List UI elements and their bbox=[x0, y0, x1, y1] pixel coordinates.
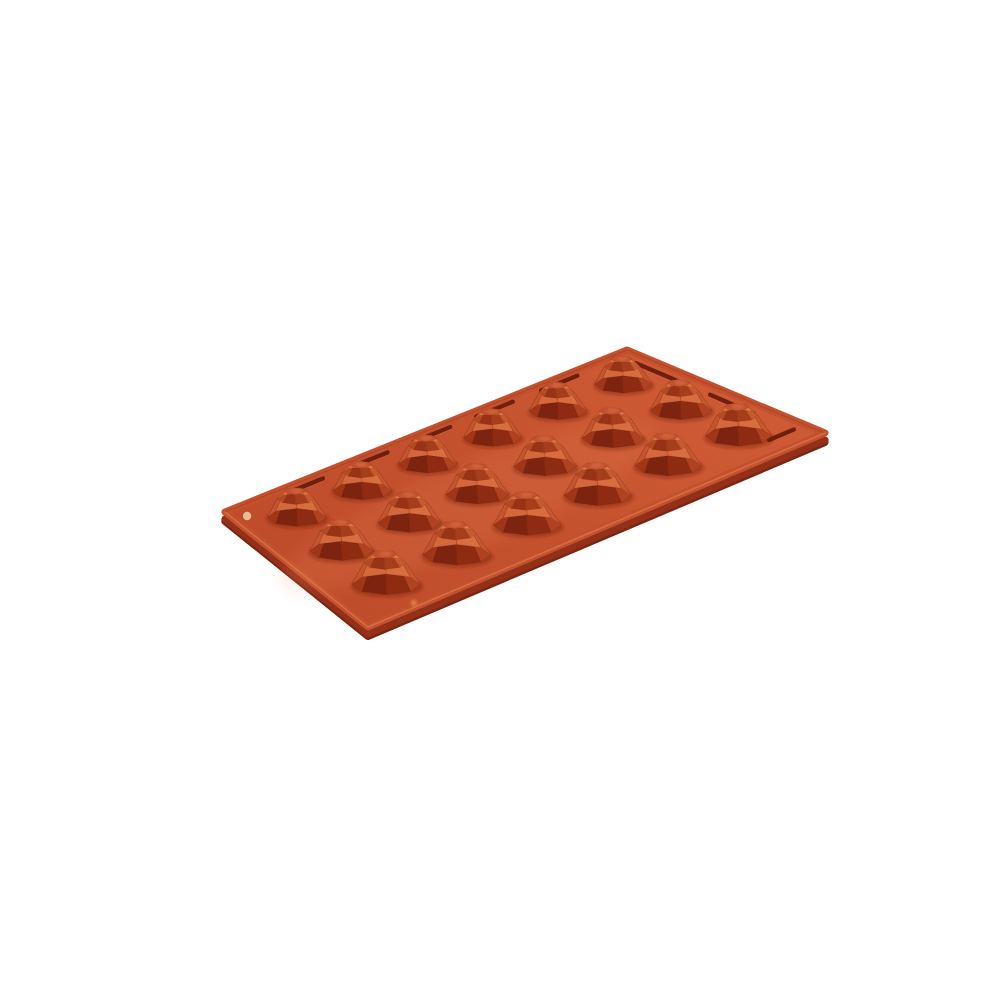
gem-top-highlight bbox=[335, 520, 348, 525]
gem-top-highlight bbox=[520, 492, 534, 497]
corner-hole bbox=[243, 512, 251, 520]
gem-top-highlight bbox=[731, 404, 744, 409]
gem-top-highlight bbox=[674, 380, 686, 385]
gem-top-highlight bbox=[552, 383, 564, 388]
gem-top-highlight bbox=[402, 492, 415, 497]
gem-top-highlight bbox=[449, 522, 463, 527]
gem-top-highlight bbox=[538, 436, 551, 441]
gem-top-highlight bbox=[606, 408, 618, 413]
gem-top-highlight bbox=[617, 356, 628, 361]
gem-top-highlight bbox=[590, 463, 603, 468]
gem-top-highlight bbox=[290, 488, 302, 493]
gem-top-highlight bbox=[379, 551, 393, 556]
gem-top-highlight bbox=[661, 433, 674, 438]
gem-top-highlight bbox=[486, 409, 498, 414]
gem-top-highlight bbox=[421, 436, 433, 441]
gem-top-highlight bbox=[356, 462, 368, 467]
corner-glint bbox=[411, 600, 417, 606]
gem-top-highlight bbox=[470, 464, 483, 469]
silicone-mold-render bbox=[0, 0, 1000, 1000]
product-photo: Terracotta silicone baking mould with 18… bbox=[0, 0, 1000, 1000]
